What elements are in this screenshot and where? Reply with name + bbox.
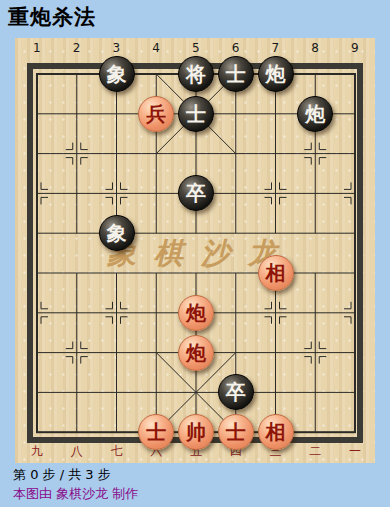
page-title: 重炮杀法 xyxy=(8,3,96,31)
piece-black-soldier[interactable]: 卒 xyxy=(218,374,254,410)
piece-red-elephant[interactable]: 相 xyxy=(258,255,294,291)
piece-red-elephant[interactable]: 相 xyxy=(258,414,294,450)
piece-red-general[interactable]: 帅 xyxy=(178,414,214,450)
piece-red-cannon[interactable]: 炮 xyxy=(178,295,214,331)
column-labels-top: 123456789 xyxy=(17,41,375,55)
piece-black-advisor[interactable]: 士 xyxy=(178,96,214,132)
status-bar: 第 0 步 / 共 3 步 xyxy=(13,466,111,484)
piece-red-cannon[interactable]: 炮 xyxy=(178,335,214,371)
xiangqi-board: 123456789 象棋沙龙 象将士炮兵士炮卒象相炮炮卒士帅士相 九八七六五四三… xyxy=(15,38,375,463)
piece-black-general[interactable]: 将 xyxy=(178,56,214,92)
piece-black-elephant[interactable]: 象 xyxy=(99,215,135,251)
column-label-top: 7 xyxy=(256,41,296,55)
piece-black-advisor[interactable]: 士 xyxy=(218,56,254,92)
column-label-top: 8 xyxy=(295,41,335,55)
piece-red-advisor[interactable]: 士 xyxy=(218,414,254,450)
piece-black-cannon[interactable]: 炮 xyxy=(258,56,294,92)
column-label-top: 4 xyxy=(136,41,176,55)
piece-black-soldier[interactable]: 卒 xyxy=(178,175,214,211)
piece-red-advisor[interactable]: 士 xyxy=(138,414,174,450)
piece-black-cannon[interactable]: 炮 xyxy=(297,96,333,132)
column-label-top: 6 xyxy=(216,41,256,55)
piece-black-elephant[interactable]: 象 xyxy=(99,56,135,92)
credit-line: 本图由 象棋沙龙 制作 xyxy=(13,485,138,503)
pieces-layer: 象将士炮兵士炮卒象相炮炮卒士帅士相 xyxy=(17,54,375,452)
column-label-top: 3 xyxy=(97,41,137,55)
piece-red-soldier[interactable]: 兵 xyxy=(138,96,174,132)
column-label-top: 1 xyxy=(17,41,57,55)
column-label-top: 9 xyxy=(335,41,375,55)
column-label-top: 2 xyxy=(57,41,97,55)
column-label-top: 5 xyxy=(176,41,216,55)
